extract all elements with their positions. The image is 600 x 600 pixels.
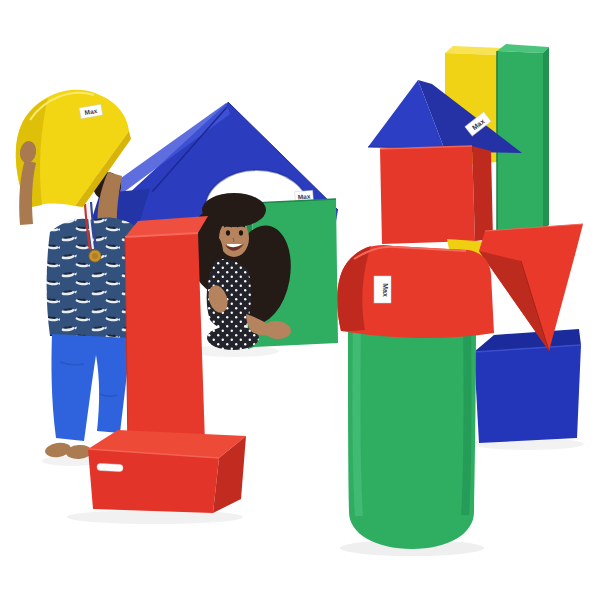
front-face [125,233,205,449]
tower-slab-green-block [497,44,549,231]
eye-left [226,230,230,235]
label-text: Max [382,283,389,297]
hair-fringe [202,193,266,227]
shade [465,318,468,515]
handle-slot [97,463,123,471]
side-face [472,146,493,241]
tower-half-cylinder-red-block: Max [337,245,494,338]
medal-center [92,253,98,259]
blue-trousers [51,334,130,441]
front-face [380,146,475,244]
front-face [88,449,219,513]
highlight [356,320,359,516]
product-photo-stage: Max Max [0,0,600,600]
brand-label-half-cylinder: Max [374,276,391,303]
label-text: Max [297,193,310,201]
shadow-base [67,510,243,524]
side-face [543,47,549,231]
front-face [474,345,581,443]
tall-pillar-red-block [125,216,208,449]
eye-right [239,230,243,235]
tower-cube-red-block [380,146,493,244]
soft-play-scene: Max Max [0,0,600,600]
base-plinth-red-block [88,430,246,513]
tower-cube-blue-block [474,329,581,443]
